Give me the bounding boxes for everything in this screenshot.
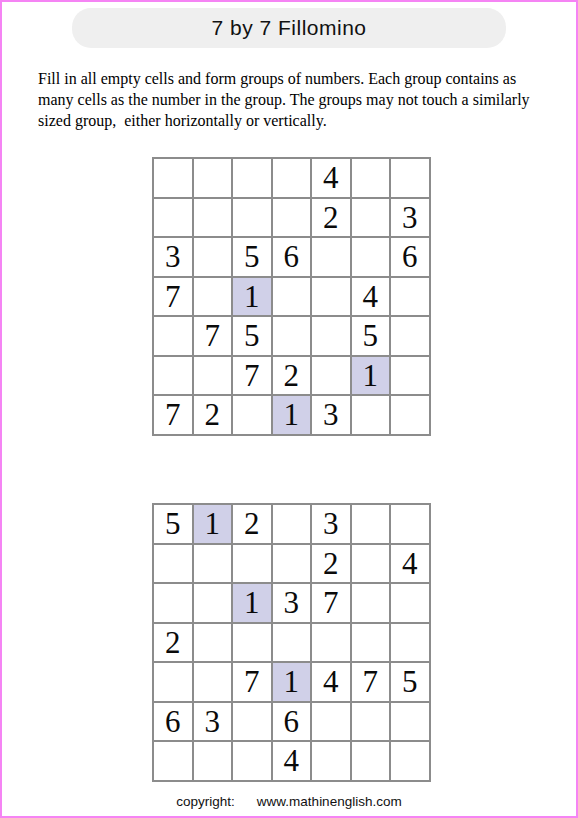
puzzle-2-cell-r2c5-given: 2 bbox=[312, 545, 350, 583]
puzzle-1-cell-r3c4-given: 6 bbox=[273, 238, 311, 276]
puzzle-2-cell-r4c1-given: 2 bbox=[154, 624, 192, 662]
puzzle-2-cell-r5c3-given: 7 bbox=[233, 663, 271, 701]
puzzle-2-cell-r7c7-empty[interactable] bbox=[391, 742, 429, 780]
puzzle-1-cell-r4c4-empty[interactable] bbox=[273, 278, 311, 316]
puzzle-1-cell-r5c2-given: 7 bbox=[194, 317, 232, 355]
puzzle-1-cell-r6c7-empty[interactable] bbox=[391, 357, 429, 395]
puzzle-2-cell-r1c5-given: 3 bbox=[312, 505, 350, 543]
puzzle-1-cell-r1c2-empty[interactable] bbox=[194, 159, 232, 197]
puzzle-2-cell-r7c4-given: 4 bbox=[273, 742, 311, 780]
puzzle-2-cell-r3c3-given: 1 bbox=[233, 584, 271, 622]
puzzle-2-cell-r2c4-empty[interactable] bbox=[273, 545, 311, 583]
puzzle-1-cell-r3c2-empty[interactable] bbox=[194, 238, 232, 276]
puzzle-1-cell-r2c6-empty[interactable] bbox=[352, 199, 390, 237]
puzzle-1-cell-r7c3-empty[interactable] bbox=[233, 396, 271, 434]
page-title: 7 by 7 Fillomino bbox=[72, 8, 506, 48]
puzzle-1-cell-r5c5-empty[interactable] bbox=[312, 317, 350, 355]
puzzle-2-cell-r1c6-empty[interactable] bbox=[352, 505, 390, 543]
puzzle-1-cell-r3c6-empty[interactable] bbox=[352, 238, 390, 276]
puzzle-2-cell-r4c7-empty[interactable] bbox=[391, 624, 429, 662]
puzzle-1-cell-r3c3-given: 5 bbox=[233, 238, 271, 276]
puzzle-2-cell-r5c1-empty[interactable] bbox=[154, 663, 192, 701]
puzzle-1-cell-r2c3-empty[interactable] bbox=[233, 199, 271, 237]
puzzle-2-cell-r7c3-empty[interactable] bbox=[233, 742, 271, 780]
puzzle-1-cell-r6c5-empty[interactable] bbox=[312, 357, 350, 395]
puzzle-2-cell-r1c4-empty[interactable] bbox=[273, 505, 311, 543]
puzzle-2-cell-r4c5-empty[interactable] bbox=[312, 624, 350, 662]
puzzle-1-cell-r4c2-empty[interactable] bbox=[194, 278, 232, 316]
puzzle-1-cell-r4c7-empty[interactable] bbox=[391, 278, 429, 316]
puzzle-2-cell-r1c3-given: 2 bbox=[233, 505, 271, 543]
puzzle-2-cell-r5c6-given: 7 bbox=[352, 663, 390, 701]
puzzle-1-cell-r4c1-given: 7 bbox=[154, 278, 192, 316]
puzzle-1-cell-r5c3-given: 5 bbox=[233, 317, 271, 355]
puzzle-2-cell-r1c2-given: 1 bbox=[194, 505, 232, 543]
puzzle-1-cell-r3c5-empty[interactable] bbox=[312, 238, 350, 276]
copyright-url: www.mathinenglish.com bbox=[257, 794, 402, 809]
puzzle-2-cell-r6c7-empty[interactable] bbox=[391, 703, 429, 741]
puzzle-2-cell-r5c4-given: 1 bbox=[273, 663, 311, 701]
puzzle-2-cell-r6c6-empty[interactable] bbox=[352, 703, 390, 741]
puzzle-1-cell-r2c5-given: 2 bbox=[312, 199, 350, 237]
puzzle-2-cell-r6c5-empty[interactable] bbox=[312, 703, 350, 741]
puzzle-1-cell-r4c5-empty[interactable] bbox=[312, 278, 350, 316]
puzzle-1-cell-r7c4-given: 1 bbox=[273, 396, 311, 434]
puzzle-2-cell-r6c4-given: 6 bbox=[273, 703, 311, 741]
puzzle-2-cell-r5c7-given: 5 bbox=[391, 663, 429, 701]
puzzle-1-cell-r2c1-empty[interactable] bbox=[154, 199, 192, 237]
puzzle-2-cell-r6c2-given: 3 bbox=[194, 703, 232, 741]
puzzle-1-cell-r7c7-empty[interactable] bbox=[391, 396, 429, 434]
puzzle-2-cell-r7c2-empty[interactable] bbox=[194, 742, 232, 780]
puzzle-2-cell-r3c1-empty[interactable] bbox=[154, 584, 192, 622]
puzzle-1-cell-r1c5-given: 4 bbox=[312, 159, 350, 197]
puzzle-1-cell-r6c1-empty[interactable] bbox=[154, 357, 192, 395]
puzzle-2-cell-r3c6-empty[interactable] bbox=[352, 584, 390, 622]
puzzle-1-cell-r5c4-empty[interactable] bbox=[273, 317, 311, 355]
puzzle-2-cell-r3c5-given: 7 bbox=[312, 584, 350, 622]
fillomino-board-bottom: 5123241372714756364 bbox=[152, 503, 431, 782]
puzzle-2-cell-r2c6-empty[interactable] bbox=[352, 545, 390, 583]
puzzle-2-cell-r7c5-empty[interactable] bbox=[312, 742, 350, 780]
copyright-label: copyright: bbox=[176, 794, 235, 809]
puzzle-1-cell-r7c1-given: 7 bbox=[154, 396, 192, 434]
copyright-line: copyright:www.mathinenglish.com bbox=[2, 794, 576, 809]
puzzle-2-cell-r4c4-empty[interactable] bbox=[273, 624, 311, 662]
puzzle-2-cell-r2c7-given: 4 bbox=[391, 545, 429, 583]
puzzle-1-cell-r2c4-empty[interactable] bbox=[273, 199, 311, 237]
puzzle-1-cell-r5c6-given: 5 bbox=[352, 317, 390, 355]
instructions-text: Fill in all empty cells and form groups … bbox=[38, 68, 574, 131]
puzzle-2-cell-r7c1-empty[interactable] bbox=[154, 742, 192, 780]
puzzle-2-cell-r5c2-empty[interactable] bbox=[194, 663, 232, 701]
puzzle-1-cell-r3c1-given: 3 bbox=[154, 238, 192, 276]
puzzle-2-cell-r3c2-empty[interactable] bbox=[194, 584, 232, 622]
puzzle-1-cell-r1c6-empty[interactable] bbox=[352, 159, 390, 197]
puzzle-1-cell-r7c5-given: 3 bbox=[312, 396, 350, 434]
puzzle-2-cell-r3c7-empty[interactable] bbox=[391, 584, 429, 622]
puzzle-2-cell-r6c1-given: 6 bbox=[154, 703, 192, 741]
puzzle-1-cell-r1c3-empty[interactable] bbox=[233, 159, 271, 197]
puzzle-1-cell-r2c2-empty[interactable] bbox=[194, 199, 232, 237]
puzzle-1-cell-r6c2-empty[interactable] bbox=[194, 357, 232, 395]
puzzle-1-cell-r1c7-empty[interactable] bbox=[391, 159, 429, 197]
puzzle-1-cell-r7c2-given: 2 bbox=[194, 396, 232, 434]
puzzle-1-cell-r3c7-given: 6 bbox=[391, 238, 429, 276]
puzzle-2-cell-r2c1-empty[interactable] bbox=[154, 545, 192, 583]
puzzle-2-cell-r2c2-empty[interactable] bbox=[194, 545, 232, 583]
puzzle-1-cell-r6c4-given: 2 bbox=[273, 357, 311, 395]
puzzle-1-cell-r6c6-given: 1 bbox=[352, 357, 390, 395]
puzzle-2-cell-r5c5-given: 4 bbox=[312, 663, 350, 701]
puzzle-1-cell-r1c1-empty[interactable] bbox=[154, 159, 192, 197]
puzzle-1-cell-r5c7-empty[interactable] bbox=[391, 317, 429, 355]
fillomino-board-top: 42335667147557217213 bbox=[152, 157, 431, 436]
worksheet-page: { "game": "fillomino", "board_size": "7x… bbox=[0, 0, 578, 818]
puzzle-2-cell-r7c6-empty[interactable] bbox=[352, 742, 390, 780]
puzzle-2-cell-r3c4-given: 3 bbox=[273, 584, 311, 622]
puzzle-2-cell-r6c3-empty[interactable] bbox=[233, 703, 271, 741]
puzzle-2-cell-r4c6-empty[interactable] bbox=[352, 624, 390, 662]
puzzle-2-cell-r1c7-empty[interactable] bbox=[391, 505, 429, 543]
puzzle-2-cell-r4c2-empty[interactable] bbox=[194, 624, 232, 662]
puzzle-2-cell-r4c3-empty[interactable] bbox=[233, 624, 271, 662]
puzzle-2-cell-r2c3-empty[interactable] bbox=[233, 545, 271, 583]
puzzle-1-cell-r4c6-given: 4 bbox=[352, 278, 390, 316]
puzzle-2-cell-r1c1-given: 5 bbox=[154, 505, 192, 543]
puzzle-1-cell-r4c3-given: 1 bbox=[233, 278, 271, 316]
puzzle-1-cell-r6c3-given: 7 bbox=[233, 357, 271, 395]
puzzle-1-cell-r5c1-empty[interactable] bbox=[154, 317, 192, 355]
puzzle-1-cell-r2c7-given: 3 bbox=[391, 199, 429, 237]
puzzle-1-cell-r1c4-empty[interactable] bbox=[273, 159, 311, 197]
puzzle-1-cell-r7c6-empty[interactable] bbox=[352, 396, 390, 434]
